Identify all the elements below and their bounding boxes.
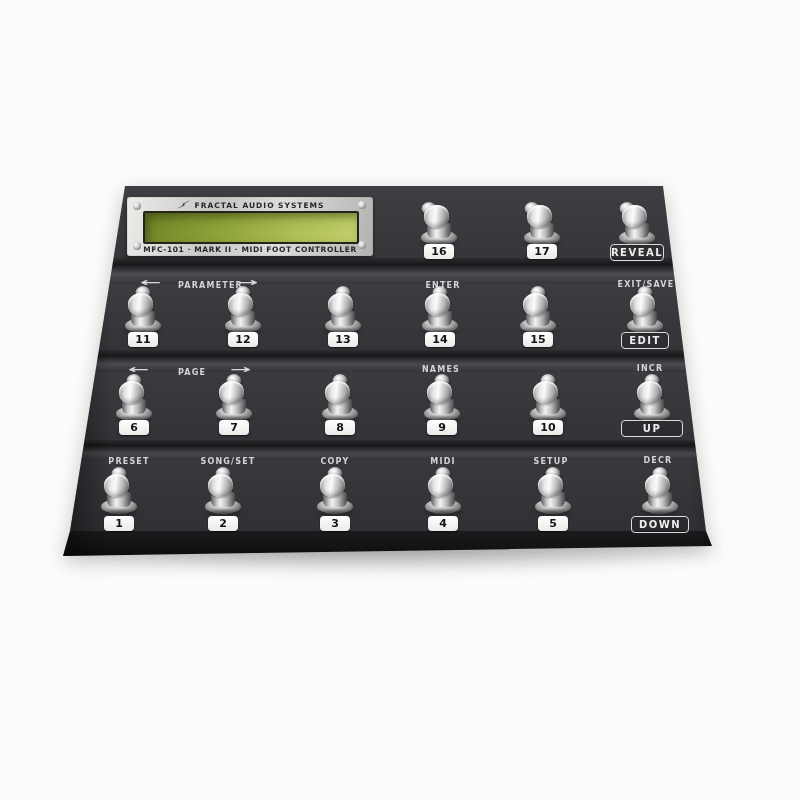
footswitch-1-unit: 1 [99,467,139,539]
switch-function-plate: UP [621,420,683,437]
footswitch-4-unit: 4 [423,467,463,539]
footswitch-13-unit: 13 [323,286,363,358]
footswitch-17-unit: 17 [522,200,562,272]
footswitch-10-unit: 10 [528,374,568,446]
footswitch-7-unit: 7 [214,374,254,446]
footswitch-button[interactable] [419,205,459,245]
caption-parameter: PARAMETER [178,281,243,290]
caption-song-set: SONG/SET [200,457,255,466]
switch-number-plate: 7 [219,420,249,435]
footswitch-5-unit: 5 [533,467,573,539]
caption-copy: COPY [320,457,349,466]
switch-function-plate: REVEAL [610,244,664,261]
footswitch-edit-unit: EDIT [625,286,665,358]
footswitch-button[interactable] [640,474,680,514]
parameter-left-arrow-icon: ← [139,276,160,289]
footswitch-2-unit: 2 [203,467,243,539]
switch-number-plate: 12 [228,332,258,347]
lcd-screen [143,211,359,244]
caption-setup: SETUP [533,457,568,466]
footswitch-button[interactable] [617,205,657,245]
caption-enter: ENTER [425,281,460,290]
footswitch-3-unit: 3 [315,467,355,539]
footswitch-15-unit: 15 [518,286,558,358]
footswitch-button[interactable] [323,293,363,333]
footswitch-button[interactable] [320,381,360,421]
footswitch-button[interactable] [420,293,460,333]
caption-midi: MIDI [430,457,455,466]
switch-number-plate: 4 [428,516,458,531]
footswitch-6-unit: 6 [114,374,154,446]
footswitch-down-unit: DOWN [640,467,680,539]
caption-preset: PRESET [108,457,149,466]
brand-row: FRACTAL AUDIO SYSTEMS [127,199,373,211]
switch-number-plate: 15 [523,332,553,347]
switch-number-plate: 6 [119,420,149,435]
page-left-arrow-icon: ← [127,363,148,376]
footswitch-button[interactable] [522,205,562,245]
footswitch-button[interactable] [423,474,463,514]
footswitch-reveal-unit: REVEAL [617,200,657,272]
footswitch-14-unit: 14 [420,286,460,358]
model-text: MFC-101 · MARK II · MIDI FOOT CONTROLLER [127,245,373,254]
caption-exit-save: EXIT/SAVE [618,280,675,289]
footswitch-button[interactable] [533,474,573,514]
caption-decr: DECR [644,456,673,465]
footswitch-button[interactable] [518,293,558,333]
footswitch-8-unit: 8 [320,374,360,446]
footswitch-12-unit: 12 [223,286,263,358]
switch-number-plate: 14 [425,332,455,347]
switch-number-plate: 11 [128,332,158,347]
switch-number-plate: 3 [320,516,350,531]
switch-number-plate: 2 [208,516,238,531]
footswitch-button[interactable] [99,474,139,514]
footswitch-9-unit: 9 [422,374,462,446]
parameter-right-arrow-icon: → [236,276,257,289]
switch-function-plate: DOWN [631,516,689,533]
caption-page: PAGE [178,368,206,377]
switch-number-plate: 9 [427,420,457,435]
caption-names: NAMES [422,365,460,374]
footswitch-button[interactable] [625,293,665,333]
brand-text: FRACTAL AUDIO SYSTEMS [195,201,325,210]
footswitch-button[interactable] [528,381,568,421]
footswitch-button[interactable] [114,381,154,421]
footswitch-button[interactable] [315,474,355,514]
mfc-101-foot-controller: FRACTAL AUDIO SYSTEMS MFC-101 · MARK II … [0,0,800,800]
footswitch-11-unit: 11 [123,286,163,358]
lcd-panel: FRACTAL AUDIO SYSTEMS MFC-101 · MARK II … [127,197,373,256]
footswitch-button[interactable] [422,381,462,421]
footswitch-16-unit: 16 [419,200,459,272]
device-body: FRACTAL AUDIO SYSTEMS MFC-101 · MARK II … [0,0,800,800]
footswitch-button[interactable] [214,381,254,421]
switch-number-plate: 8 [325,420,355,435]
footswitch-button[interactable] [223,293,263,333]
switch-number-plate: 17 [527,244,557,259]
footswitch-button[interactable] [632,381,672,421]
switch-function-plate: EDIT [621,332,669,349]
caption-incr: INCR [637,364,664,373]
product-photo: FRACTAL AUDIO SYSTEMS MFC-101 · MARK II … [0,0,800,800]
switch-number-plate: 5 [538,516,568,531]
footswitch-button[interactable] [203,474,243,514]
switch-number-plate: 16 [424,244,454,259]
switch-number-plate: 1 [104,516,134,531]
fractal-logo-icon [176,200,191,210]
page-right-arrow-icon: → [229,363,250,376]
footswitch-up-unit: UP [632,374,672,446]
switch-number-plate: 13 [328,332,358,347]
footswitch-button[interactable] [123,293,163,333]
switch-number-plate: 10 [533,420,563,435]
